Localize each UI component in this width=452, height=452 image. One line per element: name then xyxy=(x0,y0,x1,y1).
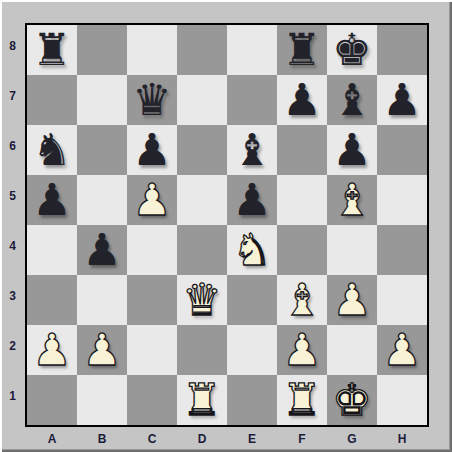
square-b3[interactable] xyxy=(77,275,127,325)
square-a7[interactable] xyxy=(27,75,77,125)
rank-labels: 87654321 xyxy=(0,25,25,425)
square-c4[interactable] xyxy=(127,225,177,275)
board-outline: ♜♜♚♛♟♝♟♞♟♝♟♟♟♟♝♟♞♛♝♟♟♟♟♟♜♜♚ xyxy=(25,23,429,427)
square-g6[interactable]: ♟ xyxy=(327,125,377,175)
black-bishop[interactable]: ♝ xyxy=(232,125,271,175)
square-h1[interactable] xyxy=(377,375,427,425)
rank-label-2: 2 xyxy=(0,325,25,375)
square-g8[interactable]: ♚ xyxy=(327,25,377,75)
square-d6[interactable] xyxy=(177,125,227,175)
black-pawn[interactable]: ♟ xyxy=(282,75,321,125)
file-label-a: A xyxy=(27,427,77,450)
square-e4[interactable]: ♞ xyxy=(227,225,277,275)
white-pawn[interactable]: ♟ xyxy=(132,175,171,225)
square-a2[interactable]: ♟ xyxy=(27,325,77,375)
square-e5[interactable]: ♟ xyxy=(227,175,277,225)
white-king[interactable]: ♚ xyxy=(332,375,371,425)
square-b7[interactable] xyxy=(77,75,127,125)
square-a4[interactable] xyxy=(27,225,77,275)
white-pawn[interactable]: ♟ xyxy=(82,325,121,375)
square-c6[interactable]: ♟ xyxy=(127,125,177,175)
square-d3[interactable]: ♛ xyxy=(177,275,227,325)
square-h2[interactable]: ♟ xyxy=(377,325,427,375)
file-labels: ABCDEFGH xyxy=(27,427,427,450)
square-h8[interactable] xyxy=(377,25,427,75)
square-g3[interactable]: ♟ xyxy=(327,275,377,325)
square-g4[interactable] xyxy=(327,225,377,275)
square-h7[interactable]: ♟ xyxy=(377,75,427,125)
square-g5[interactable]: ♝ xyxy=(327,175,377,225)
square-e1[interactable] xyxy=(227,375,277,425)
file-label-e: E xyxy=(227,427,277,450)
square-d8[interactable] xyxy=(177,25,227,75)
square-b5[interactable] xyxy=(77,175,127,225)
white-pawn[interactable]: ♟ xyxy=(32,325,71,375)
black-knight[interactable]: ♞ xyxy=(32,125,71,175)
square-e6[interactable]: ♝ xyxy=(227,125,277,175)
square-c8[interactable] xyxy=(127,25,177,75)
square-a6[interactable]: ♞ xyxy=(27,125,77,175)
white-rook[interactable]: ♜ xyxy=(282,375,321,425)
rank-label-5: 5 xyxy=(0,175,25,225)
square-a5[interactable]: ♟ xyxy=(27,175,77,225)
square-e2[interactable] xyxy=(227,325,277,375)
black-pawn[interactable]: ♟ xyxy=(132,125,171,175)
square-d1[interactable]: ♜ xyxy=(177,375,227,425)
square-f2[interactable]: ♟ xyxy=(277,325,327,375)
rank-label-3: 3 xyxy=(0,275,25,325)
rank-label-7: 7 xyxy=(0,75,25,125)
square-f1[interactable]: ♜ xyxy=(277,375,327,425)
square-b2[interactable]: ♟ xyxy=(77,325,127,375)
square-c1[interactable] xyxy=(127,375,177,425)
square-h4[interactable] xyxy=(377,225,427,275)
white-rook[interactable]: ♜ xyxy=(182,375,221,425)
square-d2[interactable] xyxy=(177,325,227,375)
square-b1[interactable] xyxy=(77,375,127,425)
black-king[interactable]: ♚ xyxy=(332,25,371,75)
black-pawn[interactable]: ♟ xyxy=(332,125,371,175)
white-knight[interactable]: ♞ xyxy=(232,225,271,275)
square-f3[interactable]: ♝ xyxy=(277,275,327,325)
file-label-g: G xyxy=(327,427,377,450)
square-a1[interactable] xyxy=(27,375,77,425)
white-pawn[interactable]: ♟ xyxy=(382,325,421,375)
black-rook[interactable]: ♜ xyxy=(282,25,321,75)
black-pawn[interactable]: ♟ xyxy=(82,225,121,275)
board-frame: 87654321 ♜♜♚♛♟♝♟♞♟♝♟♟♟♟♝♟♞♛♝♟♟♟♟♟♜♜♚ ABC… xyxy=(0,0,452,452)
square-g7[interactable]: ♝ xyxy=(327,75,377,125)
black-rook[interactable]: ♜ xyxy=(32,25,71,75)
rank-label-8: 8 xyxy=(0,25,25,75)
black-queen[interactable]: ♛ xyxy=(132,75,171,125)
square-c5[interactable]: ♟ xyxy=(127,175,177,225)
square-f4[interactable] xyxy=(277,225,327,275)
file-label-d: D xyxy=(177,427,227,450)
white-pawn[interactable]: ♟ xyxy=(332,275,371,325)
square-d5[interactable] xyxy=(177,175,227,225)
square-c2[interactable] xyxy=(127,325,177,375)
black-pawn[interactable]: ♟ xyxy=(32,175,71,225)
square-c3[interactable] xyxy=(127,275,177,325)
file-label-b: B xyxy=(77,427,127,450)
black-pawn[interactable]: ♟ xyxy=(382,75,421,125)
square-h6[interactable] xyxy=(377,125,427,175)
square-d4[interactable] xyxy=(177,225,227,275)
square-e3[interactable] xyxy=(227,275,277,325)
square-b4[interactable]: ♟ xyxy=(77,225,127,275)
square-e7[interactable] xyxy=(227,75,277,125)
square-f6[interactable] xyxy=(277,125,327,175)
square-b6[interactable] xyxy=(77,125,127,175)
square-c7[interactable]: ♛ xyxy=(127,75,177,125)
square-g1[interactable]: ♚ xyxy=(327,375,377,425)
square-b8[interactable] xyxy=(77,25,127,75)
square-e8[interactable] xyxy=(227,25,277,75)
chess-board: ♜♜♚♛♟♝♟♞♟♝♟♟♟♟♝♟♞♛♝♟♟♟♟♟♜♜♚ xyxy=(27,25,427,425)
square-f7[interactable]: ♟ xyxy=(277,75,327,125)
square-d7[interactable] xyxy=(177,75,227,125)
rank-label-1: 1 xyxy=(0,375,25,425)
white-pawn[interactable]: ♟ xyxy=(282,325,321,375)
file-label-h: H xyxy=(377,427,427,450)
square-h3[interactable] xyxy=(377,275,427,325)
square-a3[interactable] xyxy=(27,275,77,325)
square-a8[interactable]: ♜ xyxy=(27,25,77,75)
black-bishop[interactable]: ♝ xyxy=(332,75,371,125)
square-g2[interactable] xyxy=(327,325,377,375)
white-bishop[interactable]: ♝ xyxy=(282,275,321,325)
rank-label-6: 6 xyxy=(0,125,25,175)
square-f5[interactable] xyxy=(277,175,327,225)
square-f8[interactable]: ♜ xyxy=(277,25,327,75)
rank-label-4: 4 xyxy=(0,225,25,275)
white-queen[interactable]: ♛ xyxy=(182,275,221,325)
white-bishop[interactable]: ♝ xyxy=(332,175,371,225)
file-label-c: C xyxy=(127,427,177,450)
square-h5[interactable] xyxy=(377,175,427,225)
file-label-f: F xyxy=(277,427,327,450)
black-pawn[interactable]: ♟ xyxy=(232,175,271,225)
